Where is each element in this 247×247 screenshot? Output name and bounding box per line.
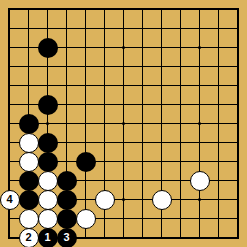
black-stone [57, 190, 77, 210]
black-stone: 3 [57, 228, 77, 247]
white-stone [190, 171, 210, 191]
white-stone [38, 190, 58, 210]
black-stone: 1 [38, 228, 58, 247]
white-stone [76, 209, 96, 229]
white-stone [38, 209, 58, 229]
black-stone [76, 152, 96, 172]
black-stone [19, 171, 39, 191]
black-stone [38, 133, 58, 153]
white-stone [95, 190, 115, 210]
black-stone [57, 209, 77, 229]
stones-layer: 4213 [0, 0, 247, 247]
move-number-label: 4 [6, 194, 12, 205]
white-stone: 4 [0, 190, 20, 210]
white-stone [152, 190, 172, 210]
black-stone [57, 171, 77, 191]
white-stone [19, 209, 39, 229]
go-board: 4213 [0, 0, 247, 247]
black-stone [38, 152, 58, 172]
white-stone [38, 171, 58, 191]
black-stone [38, 38, 58, 58]
move-number-label: 2 [25, 232, 31, 243]
white-stone: 2 [19, 228, 39, 247]
move-number-label: 1 [44, 232, 50, 243]
black-stone [19, 190, 39, 210]
move-number-label: 3 [63, 232, 69, 243]
black-stone [19, 114, 39, 134]
white-stone [19, 133, 39, 153]
black-stone [38, 95, 58, 115]
white-stone [19, 152, 39, 172]
